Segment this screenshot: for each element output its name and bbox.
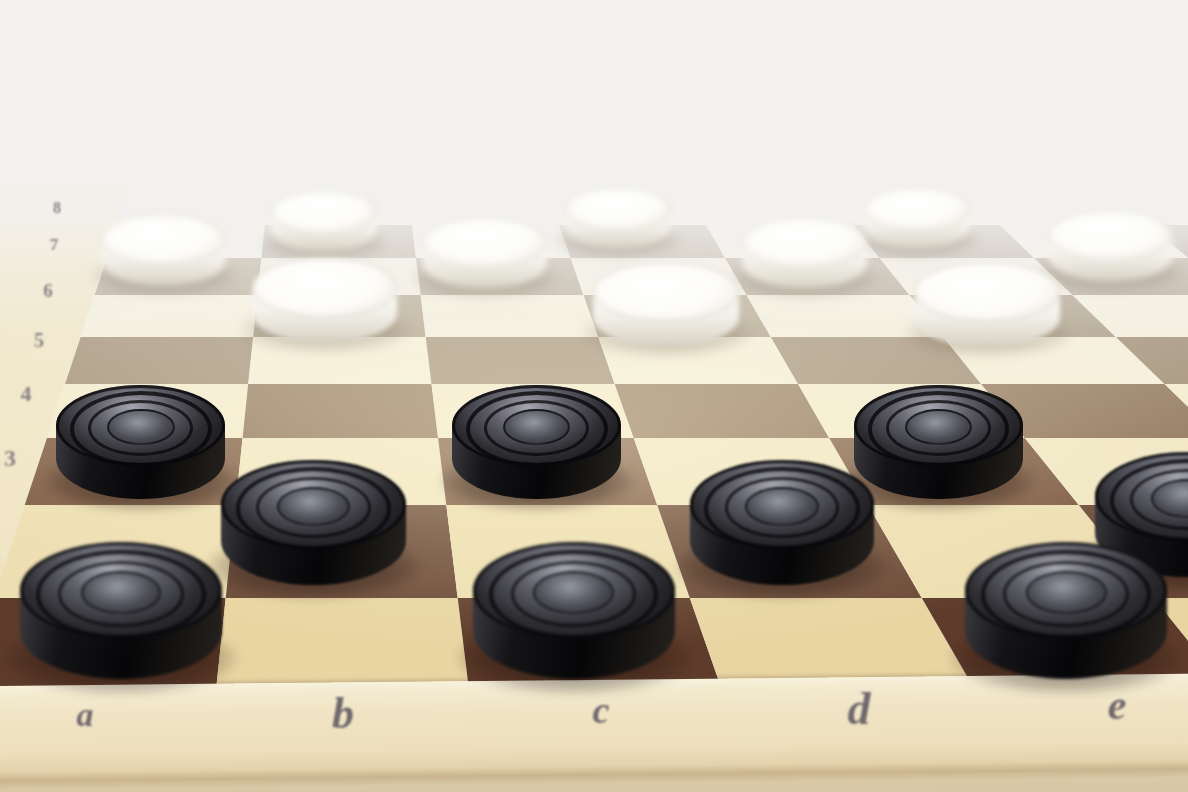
pieces-layer [0,0,1188,792]
white-man-b8 [271,190,378,252]
black-man-c3 [452,385,621,499]
white-man-e7 [742,217,867,290]
piece-top [565,187,672,231]
black-man-a1 [20,542,222,678]
piece-top [914,262,1060,322]
piece-top [864,187,971,231]
center-disc [277,487,351,526]
white-man-g7 [1048,210,1173,283]
white-man-d8 [565,187,672,249]
center-disc [533,571,614,614]
center-disc [107,409,175,445]
piece-top [742,217,867,268]
piece-top [422,217,547,268]
white-man-a7 [101,214,226,287]
center-disc [81,571,162,614]
piece-top [252,258,398,318]
black-man-d2 [690,460,875,585]
white-man-b6 [252,258,398,343]
white-man-f6 [914,262,1060,347]
piece-top [1048,210,1173,261]
white-man-d6 [593,262,739,347]
black-man-b2 [221,460,406,585]
black-man-a3 [56,385,225,499]
piece-top [271,190,378,234]
piece-top [593,262,739,322]
white-man-f8 [864,187,971,249]
white-man-c7 [422,217,547,290]
black-man-e1 [965,542,1167,678]
checkers-board-photo: abcde345678 [0,0,1188,792]
black-man-e3 [854,385,1023,499]
center-disc [1026,571,1107,614]
center-disc [745,487,819,526]
piece-top [101,214,226,265]
black-man-c1 [473,542,675,678]
